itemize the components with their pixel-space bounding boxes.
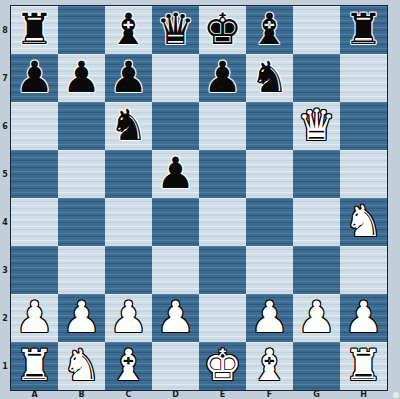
piece-black-rook[interactable]: ♜ bbox=[340, 6, 387, 54]
square-d2[interactable]: ♟ bbox=[152, 294, 199, 342]
piece-white-pawn[interactable]: ♟ bbox=[340, 294, 387, 342]
square-b3[interactable] bbox=[58, 246, 105, 294]
square-c1[interactable]: ♝ bbox=[105, 342, 152, 390]
file-label-e: E bbox=[199, 390, 246, 399]
corner-dot bbox=[393, 392, 399, 398]
chessboard-screen: 87654321 ♜♝♛♚♝♜♟♟♟♟♞♞♛♟♞♟♟♟♟♟♟♟♜♞♝♚♝♜ AB… bbox=[0, 0, 400, 399]
piece-white-rook[interactable]: ♜ bbox=[340, 342, 387, 390]
square-d8[interactable]: ♛ bbox=[152, 6, 199, 54]
rank-label-5: 5 bbox=[0, 150, 10, 198]
square-a7[interactable]: ♟ bbox=[11, 54, 58, 102]
file-label-d: D bbox=[152, 390, 199, 399]
piece-white-pawn[interactable]: ♟ bbox=[11, 294, 58, 342]
square-h8[interactable]: ♜ bbox=[340, 6, 387, 54]
file-label-b: B bbox=[58, 390, 105, 399]
square-e1[interactable]: ♚ bbox=[199, 342, 246, 390]
square-a6[interactable] bbox=[11, 102, 58, 150]
square-f3[interactable] bbox=[246, 246, 293, 294]
piece-white-rook[interactable]: ♜ bbox=[11, 342, 58, 390]
rank-label-4: 4 bbox=[0, 198, 10, 246]
piece-black-bishop[interactable]: ♝ bbox=[246, 6, 293, 54]
square-c8[interactable]: ♝ bbox=[105, 6, 152, 54]
square-c7[interactable]: ♟ bbox=[105, 54, 152, 102]
file-label-f: F bbox=[246, 390, 293, 399]
piece-black-pawn[interactable]: ♟ bbox=[58, 54, 105, 102]
square-d3[interactable] bbox=[152, 246, 199, 294]
square-g4[interactable] bbox=[293, 198, 340, 246]
square-f7[interactable]: ♞ bbox=[246, 54, 293, 102]
piece-white-bishop[interactable]: ♝ bbox=[105, 342, 152, 390]
board-frame: ♜♝♛♚♝♜♟♟♟♟♞♞♛♟♞♟♟♟♟♟♟♟♜♞♝♚♝♜ bbox=[10, 5, 388, 391]
piece-white-pawn[interactable]: ♟ bbox=[246, 294, 293, 342]
chess-board: ♜♝♛♚♝♜♟♟♟♟♞♞♛♟♞♟♟♟♟♟♟♟♜♞♝♚♝♜ bbox=[11, 6, 387, 390]
square-g5[interactable] bbox=[293, 150, 340, 198]
square-g3[interactable] bbox=[293, 246, 340, 294]
square-e7[interactable]: ♟ bbox=[199, 54, 246, 102]
square-e4[interactable] bbox=[199, 198, 246, 246]
piece-white-queen[interactable]: ♛ bbox=[293, 102, 340, 150]
square-h3[interactable] bbox=[340, 246, 387, 294]
square-g8[interactable] bbox=[293, 6, 340, 54]
square-e6[interactable] bbox=[199, 102, 246, 150]
square-h6[interactable] bbox=[340, 102, 387, 150]
piece-black-rook[interactable]: ♜ bbox=[11, 6, 58, 54]
square-e3[interactable] bbox=[199, 246, 246, 294]
square-d4[interactable] bbox=[152, 198, 199, 246]
square-h5[interactable] bbox=[340, 150, 387, 198]
square-a8[interactable]: ♜ bbox=[11, 6, 58, 54]
square-c3[interactable] bbox=[105, 246, 152, 294]
rank-label-2: 2 bbox=[0, 294, 10, 342]
square-a3[interactable] bbox=[11, 246, 58, 294]
piece-white-pawn[interactable]: ♟ bbox=[58, 294, 105, 342]
square-b7[interactable]: ♟ bbox=[58, 54, 105, 102]
square-c2[interactable]: ♟ bbox=[105, 294, 152, 342]
square-f5[interactable] bbox=[246, 150, 293, 198]
piece-white-pawn[interactable]: ♟ bbox=[105, 294, 152, 342]
piece-black-pawn[interactable]: ♟ bbox=[199, 54, 246, 102]
file-label-h: H bbox=[340, 390, 387, 399]
piece-white-pawn[interactable]: ♟ bbox=[293, 294, 340, 342]
square-h4[interactable]: ♞ bbox=[340, 198, 387, 246]
square-b2[interactable]: ♟ bbox=[58, 294, 105, 342]
square-f2[interactable]: ♟ bbox=[246, 294, 293, 342]
square-d6[interactable] bbox=[152, 102, 199, 150]
square-d7[interactable] bbox=[152, 54, 199, 102]
square-c4[interactable] bbox=[105, 198, 152, 246]
square-b5[interactable] bbox=[58, 150, 105, 198]
piece-white-bishop[interactable]: ♝ bbox=[246, 342, 293, 390]
rank-label-3: 3 bbox=[0, 246, 10, 294]
square-a5[interactable] bbox=[11, 150, 58, 198]
square-h7[interactable] bbox=[340, 54, 387, 102]
rank-label-8: 8 bbox=[0, 6, 10, 54]
rank-label-1: 1 bbox=[0, 342, 10, 390]
piece-black-queen[interactable]: ♛ bbox=[152, 6, 199, 54]
square-g6[interactable]: ♛ bbox=[293, 102, 340, 150]
piece-white-knight[interactable]: ♞ bbox=[340, 198, 387, 246]
square-g1[interactable] bbox=[293, 342, 340, 390]
square-a2[interactable]: ♟ bbox=[11, 294, 58, 342]
square-b8[interactable] bbox=[58, 6, 105, 54]
rank-labels: 87654321 bbox=[0, 6, 10, 390]
file-label-a: A bbox=[11, 390, 58, 399]
square-g7[interactable] bbox=[293, 54, 340, 102]
square-b1[interactable]: ♞ bbox=[58, 342, 105, 390]
square-h2[interactable]: ♟ bbox=[340, 294, 387, 342]
piece-black-bishop[interactable]: ♝ bbox=[105, 6, 152, 54]
square-c5[interactable] bbox=[105, 150, 152, 198]
file-labels: ABCDEFGH bbox=[11, 390, 387, 399]
piece-black-king[interactable]: ♚ bbox=[199, 6, 246, 54]
square-h1[interactable]: ♜ bbox=[340, 342, 387, 390]
square-b6[interactable] bbox=[58, 102, 105, 150]
piece-black-pawn[interactable]: ♟ bbox=[11, 54, 58, 102]
piece-black-knight[interactable]: ♞ bbox=[105, 102, 152, 150]
piece-black-knight[interactable]: ♞ bbox=[246, 54, 293, 102]
piece-black-pawn[interactable]: ♟ bbox=[152, 150, 199, 198]
file-label-g: G bbox=[293, 390, 340, 399]
rank-label-7: 7 bbox=[0, 54, 10, 102]
square-a4[interactable] bbox=[11, 198, 58, 246]
piece-black-pawn[interactable]: ♟ bbox=[105, 54, 152, 102]
square-d1[interactable] bbox=[152, 342, 199, 390]
square-f6[interactable] bbox=[246, 102, 293, 150]
square-f1[interactable]: ♝ bbox=[246, 342, 293, 390]
square-e2[interactable] bbox=[199, 294, 246, 342]
piece-white-pawn[interactable]: ♟ bbox=[152, 294, 199, 342]
rank-label-6: 6 bbox=[0, 102, 10, 150]
file-label-c: C bbox=[105, 390, 152, 399]
square-f8[interactable]: ♝ bbox=[246, 6, 293, 54]
square-d5[interactable]: ♟ bbox=[152, 150, 199, 198]
square-f4[interactable] bbox=[246, 198, 293, 246]
square-e5[interactable] bbox=[199, 150, 246, 198]
piece-white-knight[interactable]: ♞ bbox=[58, 342, 105, 390]
square-g2[interactable]: ♟ bbox=[293, 294, 340, 342]
square-e8[interactable]: ♚ bbox=[199, 6, 246, 54]
square-b4[interactable] bbox=[58, 198, 105, 246]
square-c6[interactable]: ♞ bbox=[105, 102, 152, 150]
square-a1[interactable]: ♜ bbox=[11, 342, 58, 390]
piece-white-king[interactable]: ♚ bbox=[199, 342, 246, 390]
